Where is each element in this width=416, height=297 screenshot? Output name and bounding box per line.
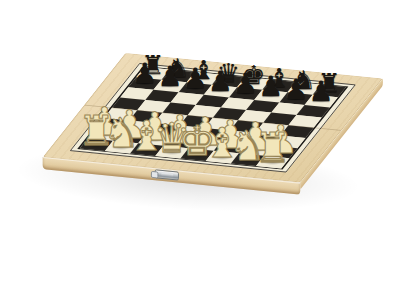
piece-black-pawn: ♟ [157,63,182,91]
piece-black-pawn: ♟ [283,76,308,104]
piece-black-pawn: ♟ [132,61,157,89]
piece-black-pawn: ♟ [233,71,258,99]
piece-black-pawn: ♟ [258,73,283,101]
metal-latch-icon [155,169,179,180]
piece-black-pawn: ♟ [183,66,208,94]
piece-black-pawn: ♟ [309,78,334,106]
piece-black-pawn: ♟ [208,68,233,96]
piece-white-rook: ♜ [254,128,291,169]
chess-set-photo: ♜♞♝♛♚♝♞♜♟♟♟♟♟♟♟♟♟♟♟♟♟♟♟♟♜♞♝♛♚♝♞♜ [0,0,416,297]
